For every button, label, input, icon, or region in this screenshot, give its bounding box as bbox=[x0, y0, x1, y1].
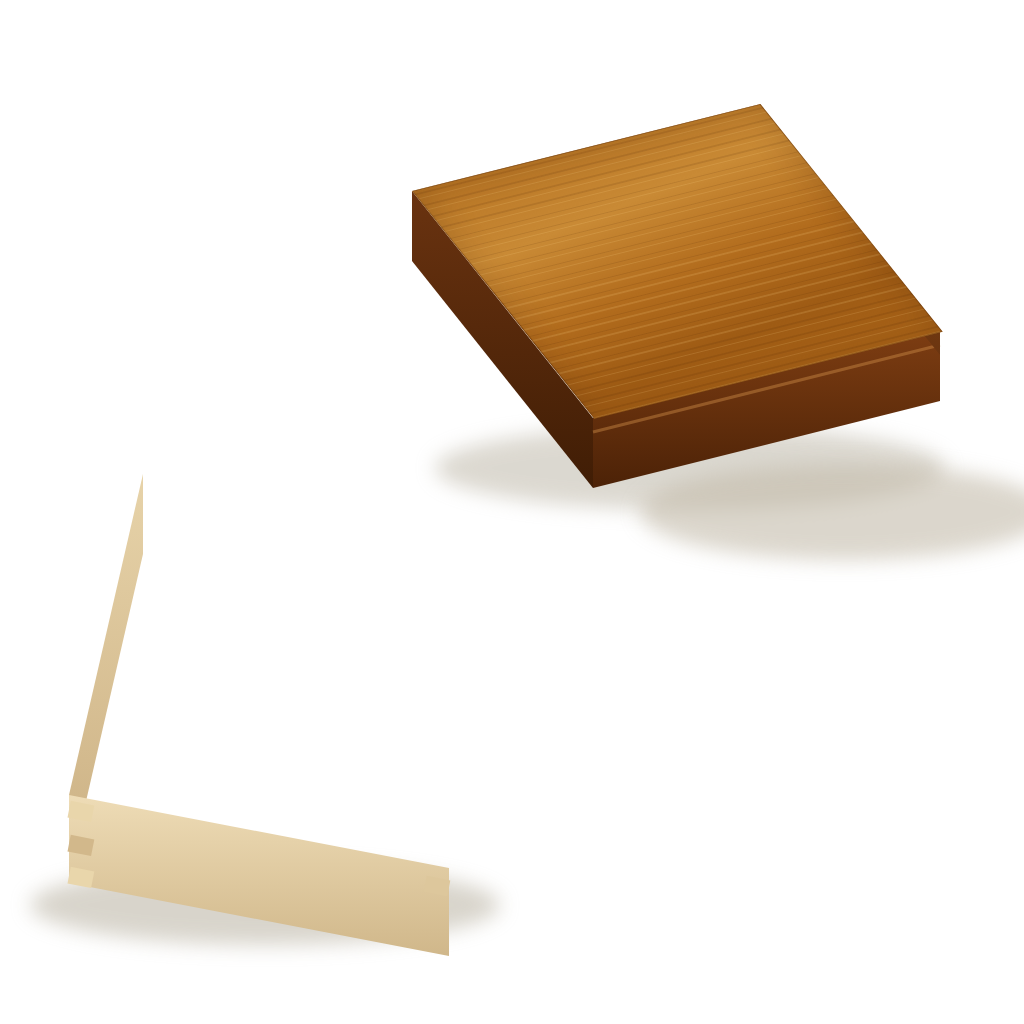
cell-r1c4 bbox=[192, 48, 240, 96]
cell-r1c6 bbox=[288, 48, 336, 96]
cell-r2c3 bbox=[144, 96, 192, 144]
cell-r3c4 bbox=[192, 144, 240, 192]
cell-r4c1 bbox=[48, 192, 96, 240]
cell-r2c6 bbox=[288, 96, 336, 144]
cell-r0c4 bbox=[192, 0, 240, 48]
cell-r3c1 bbox=[48, 144, 96, 192]
cell-r3c6 bbox=[288, 144, 336, 192]
cell-r6c3 bbox=[144, 288, 192, 336]
scene bbox=[0, 0, 1024, 1024]
cell-r5c4 bbox=[192, 240, 240, 288]
cell-r5c2 bbox=[96, 240, 144, 288]
cell-r1c1 bbox=[48, 48, 96, 96]
cell-r2c2 bbox=[96, 96, 144, 144]
cell-r4c3 bbox=[144, 192, 192, 240]
cell-r5c5 bbox=[240, 240, 288, 288]
cell-r2c4 bbox=[192, 96, 240, 144]
cell-r1c5 bbox=[240, 48, 288, 96]
cell-r4c6 bbox=[288, 192, 336, 240]
cell-r5c3 bbox=[144, 240, 192, 288]
cell-r1c0 bbox=[0, 48, 48, 96]
cell-r0c0 bbox=[0, 0, 48, 48]
cell-r4c0 bbox=[0, 192, 48, 240]
cell-r3c0 bbox=[0, 144, 48, 192]
cell-r5c0 bbox=[0, 240, 48, 288]
cell-r1c2 bbox=[96, 48, 144, 96]
cell-r6c2 bbox=[96, 288, 144, 336]
cell-r1c3 bbox=[144, 48, 192, 96]
cell-r0c3 bbox=[144, 0, 192, 48]
cell-r4c5 bbox=[240, 192, 288, 240]
cell-r3c3 bbox=[144, 144, 192, 192]
cell-r6c4 bbox=[192, 288, 240, 336]
cell-r5c1 bbox=[48, 240, 96, 288]
cell-r4c4 bbox=[192, 192, 240, 240]
cell-r4c2 bbox=[96, 192, 144, 240]
cell-r3c2 bbox=[96, 144, 144, 192]
cell-r2c0 bbox=[0, 96, 48, 144]
cell-r0c5 bbox=[240, 0, 288, 48]
cell-r6c6 bbox=[288, 288, 336, 336]
cell-r6c5 bbox=[240, 288, 288, 336]
cell-r0c6 bbox=[288, 0, 336, 48]
cell-r0c2 bbox=[96, 0, 144, 48]
light-board-grid bbox=[0, 0, 336, 336]
cell-r6c0 bbox=[0, 288, 48, 336]
cell-r2c1 bbox=[48, 96, 96, 144]
cell-r0c1 bbox=[48, 0, 96, 48]
cell-r3c5 bbox=[240, 144, 288, 192]
cell-r5c6 bbox=[288, 240, 336, 288]
cell-r6c1 bbox=[48, 288, 96, 336]
cell-r2c5 bbox=[240, 96, 288, 144]
